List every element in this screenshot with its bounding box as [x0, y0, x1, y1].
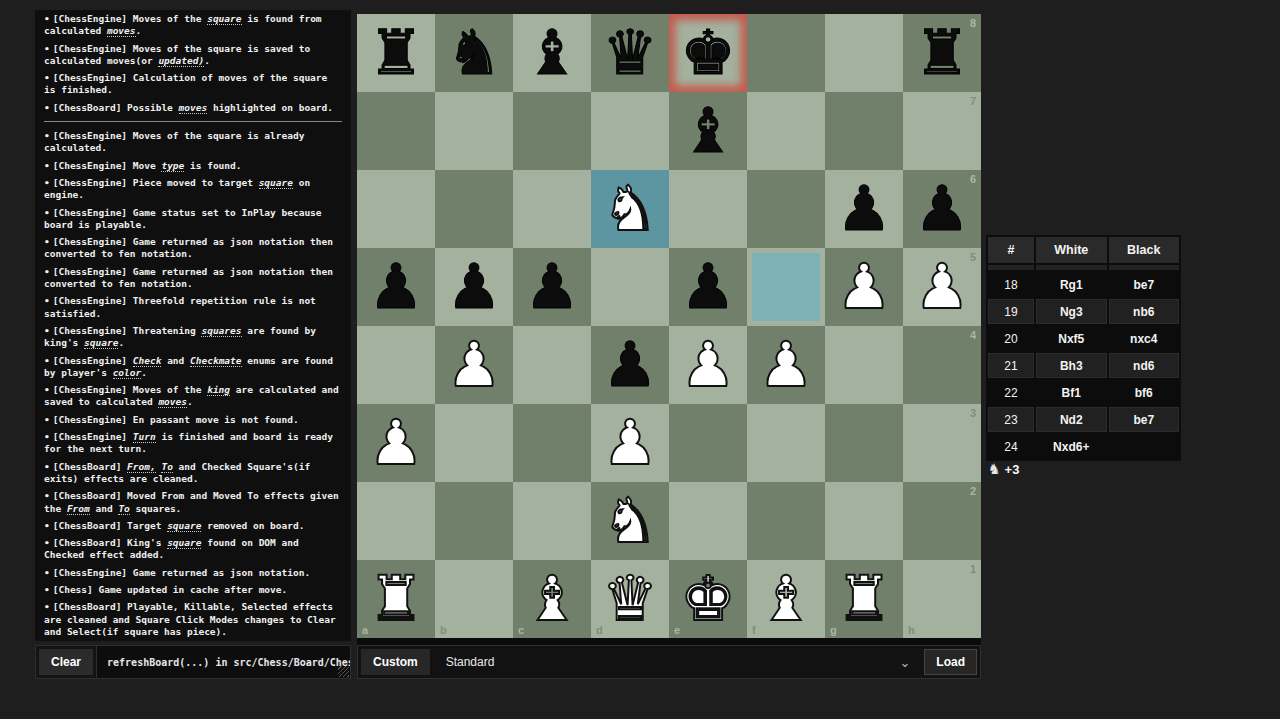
square-c1[interactable]: ♝c	[513, 560, 591, 638]
square-h6[interactable]: ♟6	[903, 170, 981, 248]
log-message: •[ChessEngine] Check and Checkmate enums…	[44, 355, 342, 380]
move-table: # White Black 18Rg1be719Ng3nb620Nxf5nxc4…	[986, 235, 1181, 461]
move-row-20: 20Nxf5nxc4	[988, 326, 1179, 351]
square-d7[interactable]	[591, 92, 669, 170]
square-g8[interactable]	[825, 14, 903, 92]
log-message: •[ChessBoard] Playable, Killable, Select…	[44, 601, 342, 638]
position-select[interactable]: Standard ⌄	[433, 646, 922, 678]
square-d5[interactable]	[591, 248, 669, 326]
square-e3[interactable]	[669, 404, 747, 482]
piece-white-pawn: ♟	[446, 334, 502, 396]
black-move: nxc4	[1109, 326, 1180, 351]
column-header-black: Black	[1109, 237, 1180, 263]
square-a7[interactable]	[357, 92, 435, 170]
piece-black-pawn: ♟	[680, 256, 736, 318]
square-a2[interactable]	[357, 482, 435, 560]
square-f6[interactable]	[747, 170, 825, 248]
rank-label-1: 1	[970, 563, 976, 575]
material-score: +3	[1005, 462, 1020, 477]
square-h4[interactable]: 4	[903, 326, 981, 404]
rank-label-3: 3	[970, 407, 976, 419]
piece-white-pawn: ♟	[680, 334, 736, 396]
file-label-d: d	[596, 624, 603, 636]
square-e6[interactable]	[669, 170, 747, 248]
white-move: Bf1	[1036, 380, 1107, 405]
log-message: •[ChessEngine] Threatening squares are f…	[44, 325, 342, 350]
square-e1[interactable]: ♚e	[669, 560, 747, 638]
square-d4[interactable]: ♟	[591, 326, 669, 404]
piece-white-pawn: ♟	[836, 256, 892, 318]
piece-black-pawn: ♟	[524, 256, 580, 318]
position-select-value: Standard	[446, 655, 495, 669]
rank-label-6: 6	[970, 173, 976, 185]
log-stack-text: refreshBoard(...) in src/Chess/Board/Che…	[107, 657, 350, 668]
move-row-19: 19Ng3nb6	[988, 299, 1179, 324]
log-message: •[ChessEngine] Game returned as json not…	[44, 567, 342, 579]
chess-board: ♜♞♝♛♚♜8♝7♞♟♟6♟♟♟♟♟♟5♟♟♟♟4♟♟3♞2♜ab♝c♛d♚e♝…	[357, 14, 981, 638]
piece-white-pawn: ♟	[602, 412, 658, 474]
square-f4[interactable]: ♟	[747, 326, 825, 404]
square-e2[interactable]	[669, 482, 747, 560]
board-bottom-strip	[357, 638, 981, 645]
black-move: bf6	[1109, 380, 1180, 405]
log-message: •[ChessEngine] En passant move is not fo…	[44, 414, 342, 426]
piece-white-knight: ♞	[602, 178, 658, 240]
column-header-white: White	[1036, 237, 1107, 263]
log-message: •[ChessEngine] Turn is finished and boar…	[44, 431, 342, 456]
square-b8[interactable]: ♞	[435, 14, 513, 92]
square-b6[interactable]	[435, 170, 513, 248]
square-h5[interactable]: ♟5	[903, 248, 981, 326]
square-c5[interactable]: ♟	[513, 248, 591, 326]
log-message: •[Chess] Game updated in cache after mov…	[44, 584, 342, 596]
square-a5[interactable]: ♟	[357, 248, 435, 326]
piece-black-knight: ♞	[446, 22, 502, 84]
move-row-18: 18Rg1be7	[988, 272, 1179, 297]
black-move	[1109, 434, 1180, 459]
move-number: 21	[988, 353, 1034, 378]
log-message: •[ChessBoard] King's square found on DOM…	[44, 537, 342, 562]
black-move: be7	[1109, 272, 1180, 297]
black-move: nb6	[1109, 299, 1180, 324]
move-number: 24	[988, 434, 1034, 459]
square-h2[interactable]: 2	[903, 482, 981, 560]
move-number: 18	[988, 272, 1034, 297]
load-button[interactable]: Load	[924, 649, 977, 675]
square-a1[interactable]: ♜a	[357, 560, 435, 638]
square-f7[interactable]	[747, 92, 825, 170]
log-message: •[ChessEngine] Piece moved to target squ…	[44, 177, 342, 202]
piece-white-knight: ♞	[602, 490, 658, 552]
square-b4[interactable]: ♟	[435, 326, 513, 404]
log-message: •[ChessEngine] Moves of the square is al…	[44, 130, 342, 155]
piece-black-bishop: ♝	[524, 22, 580, 84]
log-message: •[ChessEngine] Game returned as json not…	[44, 266, 342, 291]
square-b3[interactable]	[435, 404, 513, 482]
rank-label-5: 5	[970, 251, 976, 263]
piece-black-pawn: ♟	[836, 178, 892, 240]
white-move: Bh3	[1036, 353, 1107, 378]
log-message: •[ChessEngine] Move type is found.	[44, 160, 342, 172]
square-f3[interactable]	[747, 404, 825, 482]
log-message: •[ChessEngine] Moves of the king are cal…	[44, 384, 342, 409]
square-a6[interactable]	[357, 170, 435, 248]
square-c6[interactable]	[513, 170, 591, 248]
rank-label-7: 7	[970, 95, 976, 107]
rank-label-4: 4	[970, 329, 976, 341]
move-number: 20	[988, 326, 1034, 351]
square-h1[interactable]: 1h	[903, 560, 981, 638]
custom-button[interactable]: Custom	[361, 649, 430, 675]
log-message: •[ChessEngine] Threefold repetition rule…	[44, 295, 342, 320]
file-label-c: c	[518, 624, 524, 636]
square-c4[interactable]	[513, 326, 591, 404]
move-number: 19	[988, 299, 1034, 324]
piece-white-bishop: ♝	[758, 568, 814, 630]
piece-white-pawn: ♟	[368, 412, 424, 474]
move-number: 22	[988, 380, 1034, 405]
square-b5[interactable]: ♟	[435, 248, 513, 326]
log-message: •[ChessEngine] Moves of the square is fo…	[44, 13, 342, 38]
square-g1[interactable]: ♜g	[825, 560, 903, 638]
knight-icon: ♞	[988, 461, 1001, 477]
piece-white-pawn: ♟	[914, 256, 970, 318]
file-label-g: g	[830, 624, 837, 636]
square-h7[interactable]: 7	[903, 92, 981, 170]
square-d1[interactable]: ♛d	[591, 560, 669, 638]
square-d3[interactable]: ♟	[591, 404, 669, 482]
log-stack-input[interactable]: refreshBoard(...) in src/Chess/Board/Che…	[96, 646, 350, 678]
square-e4[interactable]: ♟	[669, 326, 747, 404]
square-h3[interactable]: 3	[903, 404, 981, 482]
piece-black-rook: ♜	[368, 22, 424, 84]
square-c2[interactable]	[513, 482, 591, 560]
file-label-a: a	[362, 624, 368, 636]
piece-black-queen: ♛	[602, 22, 658, 84]
log-message: •[ChessBoard] Moved From and Moved To ef…	[44, 490, 342, 515]
square-g2[interactable]	[825, 482, 903, 560]
piece-black-pawn: ♟	[368, 256, 424, 318]
square-g7[interactable]	[825, 92, 903, 170]
square-f8[interactable]	[747, 14, 825, 92]
piece-white-king: ♚	[680, 568, 736, 630]
piece-black-bishop: ♝	[680, 100, 736, 162]
white-move: Rg1	[1036, 272, 1107, 297]
log-message: •[ChessEngine] Game status set to InPlay…	[44, 207, 342, 232]
square-a4[interactable]	[357, 326, 435, 404]
square-g5[interactable]: ♟	[825, 248, 903, 326]
piece-black-pawn: ♟	[446, 256, 502, 318]
rank-label-8: 8	[970, 17, 976, 29]
black-move: be7	[1109, 407, 1180, 432]
square-e8[interactable]: ♚	[669, 14, 747, 92]
log-toolbar: Clear refreshBoard(...) in src/Chess/Boa…	[35, 645, 351, 679]
resize-handle-icon[interactable]	[338, 666, 349, 677]
log-message: •[ChessBoard] Target square removed on b…	[44, 520, 342, 532]
square-a8[interactable]: ♜	[357, 14, 435, 92]
debug-log-panel: •[ChessEngine] Moves of the square is fo…	[35, 10, 351, 641]
log-message: •[ChessBoard] From, To and Checked Squar…	[44, 461, 342, 486]
square-d2[interactable]: ♞	[591, 482, 669, 560]
piece-black-pawn: ♟	[914, 178, 970, 240]
material-advantage: ♞ +3	[988, 461, 1019, 477]
square-h8[interactable]: ♜8	[903, 14, 981, 92]
move-row-23: 23Nd2be7	[988, 407, 1179, 432]
square-b1[interactable]: b	[435, 560, 513, 638]
log-message: •[ChessEngine] Moves of the square is sa…	[44, 43, 342, 68]
board-toolbar: Custom Standard ⌄ Load	[357, 645, 981, 679]
piece-black-pawn: ♟	[602, 334, 658, 396]
piece-white-rook: ♜	[368, 568, 424, 630]
file-label-h: h	[908, 624, 915, 636]
white-move: Ng3	[1036, 299, 1107, 324]
black-move: nd6	[1109, 353, 1180, 378]
move-number: 23	[988, 407, 1034, 432]
clipped-row	[988, 265, 1179, 270]
file-label-b: b	[440, 624, 447, 636]
square-e5[interactable]: ♟	[669, 248, 747, 326]
piece-black-king: ♚	[680, 22, 736, 84]
move-row-22: 22Bf1bf6	[988, 380, 1179, 405]
white-move: Nxf5	[1036, 326, 1107, 351]
square-g3[interactable]	[825, 404, 903, 482]
square-g6[interactable]: ♟	[825, 170, 903, 248]
move-table-header: # White Black	[988, 237, 1179, 263]
log-divider	[44, 121, 342, 122]
log-message: •[ChessEngine] Game returned as json not…	[44, 236, 342, 261]
move-row-21: 21Bh3nd6	[988, 353, 1179, 378]
clear-button[interactable]: Clear	[39, 649, 93, 675]
square-c8[interactable]: ♝	[513, 14, 591, 92]
move-row-24: 24Nxd6+	[988, 434, 1179, 459]
square-f2[interactable]	[747, 482, 825, 560]
square-c7[interactable]	[513, 92, 591, 170]
piece-white-queen: ♛	[602, 568, 658, 630]
square-f5[interactable]	[747, 248, 825, 326]
square-b2[interactable]	[435, 482, 513, 560]
white-move: Nxd6+	[1036, 434, 1107, 459]
chevron-down-icon: ⌄	[899, 655, 910, 670]
rank-label-2: 2	[970, 485, 976, 497]
piece-white-bishop: ♝	[524, 568, 580, 630]
square-b7[interactable]	[435, 92, 513, 170]
square-f1[interactable]: ♝f	[747, 560, 825, 638]
log-message: •[ChessBoard] Possible moves highlighted…	[44, 102, 342, 114]
piece-white-rook: ♜	[836, 568, 892, 630]
square-e7[interactable]: ♝	[669, 92, 747, 170]
log-message: •[ChessEngine] Calculation of moves of t…	[44, 72, 342, 97]
square-g4[interactable]	[825, 326, 903, 404]
file-label-f: f	[752, 624, 756, 636]
square-c3[interactable]	[513, 404, 591, 482]
square-d8[interactable]: ♛	[591, 14, 669, 92]
square-d6[interactable]: ♞	[591, 170, 669, 248]
column-header-number: #	[988, 237, 1034, 263]
square-a3[interactable]: ♟	[357, 404, 435, 482]
white-move: Nd2	[1036, 407, 1107, 432]
piece-black-rook: ♜	[914, 22, 970, 84]
piece-white-pawn: ♟	[758, 334, 814, 396]
file-label-e: e	[674, 624, 680, 636]
